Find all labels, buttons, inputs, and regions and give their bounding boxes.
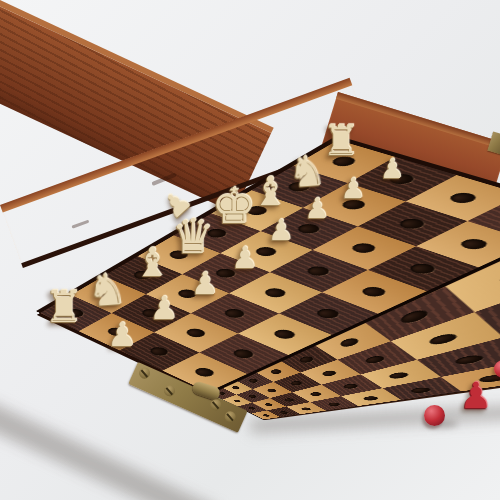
white-pawn: ♟ xyxy=(150,292,179,324)
white-pawn: ♟ xyxy=(380,155,404,182)
white-pawn: ♟ xyxy=(191,268,219,299)
white-bishop: ♝ xyxy=(252,171,288,211)
red-piece-edge xyxy=(494,360,500,378)
white-bishop: ♝ xyxy=(134,242,170,282)
white-pawn: ♟ xyxy=(340,175,365,203)
white-rook: ♜ xyxy=(322,120,360,162)
white-queen: ♛ xyxy=(171,212,214,260)
white-pawn: ♟ xyxy=(107,318,137,351)
white-knight: ♞ xyxy=(287,150,327,195)
white-pawn: ♟ xyxy=(232,243,259,273)
red-pawn-ball xyxy=(424,405,445,426)
red-pawn: ♟ xyxy=(460,378,492,414)
white-king: ♚ xyxy=(212,181,257,231)
white-pawn: ♟ xyxy=(268,216,294,245)
white-knight: ♞ xyxy=(86,267,128,314)
photo-scene: ♜♟♞♟♝♟♚♟♟♛♟♝♟♞♜♟♟♟ xyxy=(0,0,500,500)
pieces-layer: ♜♟♞♟♝♟♚♟♟♛♟♝♟♞♜♟♟♟ xyxy=(0,0,500,500)
white-rook: ♜ xyxy=(44,285,83,329)
white-pawn: ♟ xyxy=(304,195,329,223)
